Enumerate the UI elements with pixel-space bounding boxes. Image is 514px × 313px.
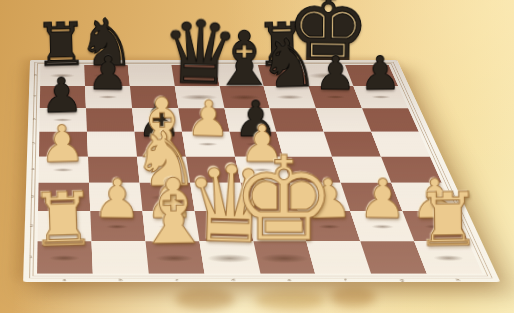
- file-label-h: h: [451, 278, 467, 286]
- piece-white-rook-h1: ♜: [414, 183, 481, 258]
- piece-black-pawn-a6: ♟: [40, 71, 84, 120]
- piece-white-king-e1: ♚: [232, 141, 336, 258]
- piece-white-pawn-g2: ♟: [358, 172, 407, 227]
- perspective-scene: ♜♞♜♚♟♛♝♞♟♟♟♟♟♟♟♝♟♞♟♟♟♟♟♜♝♛♚♜ abcdefgh876…: [0, 0, 514, 313]
- file-label-d: d: [227, 278, 241, 286]
- piece-black-pawn-g7: ♟: [314, 50, 356, 97]
- rank-label-7: 7: [33, 95, 36, 97]
- chessboard-mat: ♜♞♜♚♟♛♝♞♟♟♟♟♟♟♟♝♟♞♟♟♟♟♟♜♝♛♚♜ abcdefgh876…: [23, 60, 500, 282]
- photo-chess-scene: ♜♞♜♚♟♛♝♞♟♟♟♟♟♟♟♝♟♞♟♟♟♟♟♜♝♛♚♜ abcdefgh876…: [0, 0, 514, 313]
- rank-label-5: 5: [32, 142, 36, 145]
- file-label-a: a: [59, 278, 72, 286]
- rank-label-4: 4: [31, 168, 35, 171]
- piece-black-knight-f7: ♞: [258, 29, 320, 98]
- file-label-c: c: [171, 278, 185, 286]
- piece-black-pawn-h7: ♟: [359, 50, 401, 97]
- file-label-e: e: [283, 278, 298, 286]
- piece-white-pawn-a4: ♟: [39, 118, 86, 170]
- rank-label-8: 8: [34, 74, 37, 76]
- rank-label-6: 6: [32, 118, 35, 121]
- file-label-g: g: [395, 278, 411, 286]
- file-label-b: b: [115, 278, 128, 286]
- file-label-f: f: [339, 278, 354, 286]
- piece-white-rook-a1: ♜: [29, 182, 97, 258]
- piece-black-pawn-b7: ♟: [87, 50, 129, 97]
